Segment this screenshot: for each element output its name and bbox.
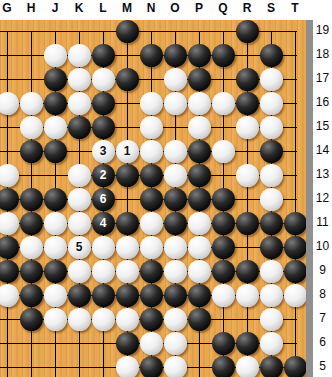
stone-black-R19[interactable]	[236, 20, 259, 43]
stone-black-J12[interactable]	[44, 188, 67, 211]
row-label-18: 18	[313, 47, 332, 61]
stone-black-H8[interactable]	[20, 284, 43, 307]
move-5-stone-white-K10[interactable]: 5	[68, 236, 91, 259]
stone-white-K16[interactable]	[68, 92, 91, 115]
stone-white-K7[interactable]	[68, 308, 91, 331]
stone-black-M11[interactable]	[116, 212, 139, 235]
stone-white-T8[interactable]	[284, 284, 307, 307]
stone-black-R16[interactable]	[236, 92, 259, 115]
stone-white-N16[interactable]	[140, 92, 163, 115]
stone-black-M13[interactable]	[116, 164, 139, 187]
stone-white-M9[interactable]	[116, 260, 139, 283]
column-label-N: N	[141, 1, 161, 15]
stone-white-S9[interactable]	[260, 260, 283, 283]
stone-white-L17[interactable]	[92, 68, 115, 91]
stone-black-J16[interactable]	[44, 92, 67, 115]
stone-white-J11[interactable]	[44, 212, 67, 235]
stone-black-K15[interactable]	[68, 116, 91, 139]
column-label-G: G	[0, 1, 17, 15]
stone-white-O6[interactable]	[164, 332, 187, 355]
stone-black-Q11[interactable]	[212, 212, 235, 235]
stone-white-J8[interactable]	[44, 284, 67, 307]
go-board[interactable]: 312645	[0, 20, 306, 377]
stone-black-N5[interactable]	[140, 356, 163, 377]
stone-black-N12[interactable]	[140, 188, 163, 211]
stone-white-N6[interactable]	[140, 332, 163, 355]
stone-black-H11[interactable]	[20, 212, 43, 235]
stone-black-S18[interactable]	[260, 44, 283, 67]
stone-black-N8[interactable]	[140, 284, 163, 307]
stone-white-R15[interactable]	[236, 116, 259, 139]
row-label-16: 16	[313, 95, 332, 109]
stone-white-O5[interactable]	[164, 356, 187, 377]
stone-black-G10[interactable]	[0, 236, 19, 259]
stone-white-R5[interactable]	[236, 356, 259, 377]
row-label-19: 19	[313, 23, 332, 37]
stone-black-P14[interactable]	[188, 140, 211, 163]
stone-black-Q5[interactable]	[212, 356, 235, 377]
stone-white-O13[interactable]	[164, 164, 187, 187]
column-label-strip: GHJKLMNOPQRST	[0, 0, 332, 20]
stone-black-J17[interactable]	[44, 68, 67, 91]
stone-black-P18[interactable]	[188, 44, 211, 67]
stone-white-J10[interactable]	[44, 236, 67, 259]
column-label-K: K	[69, 1, 89, 15]
stone-black-K8[interactable]	[68, 284, 91, 307]
stone-black-P17[interactable]	[188, 68, 211, 91]
stone-black-S5[interactable]	[260, 356, 283, 377]
stone-black-P13[interactable]	[188, 164, 211, 187]
stone-white-H16[interactable]	[20, 92, 43, 115]
row-label-14: 14	[313, 143, 332, 157]
move-3-stone-white-L14[interactable]: 3	[92, 140, 115, 163]
row-label-strip: 1918171615141312111098765	[313, 0, 332, 377]
stone-black-T9[interactable]	[284, 260, 307, 283]
board-edge-divider	[306, 20, 313, 377]
stone-white-G8[interactable]	[0, 284, 19, 307]
stone-white-S16[interactable]	[260, 92, 283, 115]
row-label-11: 11	[313, 215, 332, 229]
stone-white-J7[interactable]	[44, 308, 67, 331]
stone-white-G16[interactable]	[0, 92, 19, 115]
stone-black-T10[interactable]	[284, 236, 307, 259]
stone-white-G11[interactable]	[0, 212, 19, 235]
row-label-7: 7	[313, 311, 332, 325]
stone-white-K9[interactable]	[68, 260, 91, 283]
row-label-17: 17	[313, 71, 332, 85]
column-label-L: L	[93, 1, 113, 15]
stone-black-M8[interactable]	[116, 284, 139, 307]
stone-black-R6[interactable]	[236, 332, 259, 355]
stone-white-K18[interactable]	[68, 44, 91, 67]
stone-white-M10[interactable]	[116, 236, 139, 259]
stone-black-H9[interactable]	[20, 260, 43, 283]
stone-black-N7[interactable]	[140, 308, 163, 331]
stone-white-K13[interactable]	[68, 164, 91, 187]
stone-white-S17[interactable]	[260, 68, 283, 91]
stone-black-P12[interactable]	[188, 188, 211, 211]
stone-white-S6[interactable]	[260, 332, 283, 355]
stone-white-L7[interactable]	[92, 308, 115, 331]
stone-black-J14[interactable]	[44, 140, 67, 163]
stone-white-G13[interactable]	[0, 164, 19, 187]
stone-black-O11[interactable]	[164, 212, 187, 235]
stone-black-R9[interactable]	[236, 260, 259, 283]
stone-black-T11[interactable]	[284, 212, 307, 235]
stone-white-P10[interactable]	[188, 236, 211, 259]
move-4-stone-black-L11[interactable]: 4	[92, 212, 115, 235]
row-label-12: 12	[313, 191, 332, 205]
stone-white-S12[interactable]	[260, 188, 283, 211]
go-app-screenshot: GHJKLMNOPQRST 312645 1918171615141312111…	[0, 0, 332, 377]
stone-white-S8[interactable]	[260, 284, 283, 307]
stone-black-H14[interactable]	[20, 140, 43, 163]
stone-white-P16[interactable]	[188, 92, 211, 115]
column-label-T: T	[285, 1, 305, 15]
stone-black-L16[interactable]	[92, 92, 115, 115]
stone-white-J15[interactable]	[44, 116, 67, 139]
stone-black-S10[interactable]	[260, 236, 283, 259]
stone-white-O17[interactable]	[164, 68, 187, 91]
stone-white-Q14[interactable]	[212, 140, 235, 163]
stone-white-R13[interactable]	[236, 164, 259, 187]
stone-white-J18[interactable]	[44, 44, 67, 67]
stone-black-O18[interactable]	[164, 44, 187, 67]
stone-black-Q18[interactable]	[212, 44, 235, 67]
stone-white-L10[interactable]	[92, 236, 115, 259]
move-2-stone-black-L13[interactable]: 2	[92, 164, 115, 187]
row-label-13: 13	[313, 167, 332, 181]
stone-white-K12[interactable]	[68, 188, 91, 211]
stone-white-O10[interactable]	[164, 236, 187, 259]
stone-white-H10[interactable]	[20, 236, 43, 259]
stone-white-O9[interactable]	[164, 260, 187, 283]
stone-black-N18[interactable]	[140, 44, 163, 67]
stone-black-Q12[interactable]	[212, 188, 235, 211]
stone-black-H12[interactable]	[20, 188, 43, 211]
stone-white-S13[interactable]	[260, 164, 283, 187]
stone-black-Q10[interactable]	[212, 236, 235, 259]
column-label-P: P	[189, 1, 209, 15]
stone-black-H7[interactable]	[20, 308, 43, 331]
stone-white-M7[interactable]	[116, 308, 139, 331]
stone-black-O12[interactable]	[164, 188, 187, 211]
stone-black-Q6[interactable]	[212, 332, 235, 355]
stone-black-G9[interactable]	[0, 260, 19, 283]
stone-white-Q8[interactable]	[212, 284, 235, 307]
column-label-J: J	[45, 1, 65, 15]
stone-white-K11[interactable]	[68, 212, 91, 235]
stone-white-S7[interactable]	[260, 308, 283, 331]
stone-black-J9[interactable]	[44, 260, 67, 283]
row-label-8: 8	[313, 287, 332, 301]
row-label-15: 15	[313, 119, 332, 133]
stone-black-M17[interactable]	[116, 68, 139, 91]
column-label-Q: Q	[213, 1, 233, 15]
row-label-9: 9	[313, 263, 332, 277]
stone-black-N9[interactable]	[140, 260, 163, 283]
stone-black-N13[interactable]	[140, 164, 163, 187]
stone-black-T5[interactable]	[284, 356, 307, 377]
stone-black-L8[interactable]	[92, 284, 115, 307]
column-label-M: M	[117, 1, 137, 15]
stone-white-P11[interactable]	[188, 212, 211, 235]
stone-white-O14[interactable]	[164, 140, 187, 163]
stone-black-G12[interactable]	[0, 188, 19, 211]
stone-white-K17[interactable]	[68, 68, 91, 91]
column-label-H: H	[21, 1, 41, 15]
stone-black-S14[interactable]	[260, 140, 283, 163]
stone-white-P9[interactable]	[188, 260, 211, 283]
column-label-S: S	[261, 1, 281, 15]
stone-black-R17[interactable]	[236, 68, 259, 91]
stone-white-H15[interactable]	[20, 116, 43, 139]
row-label-5: 5	[313, 359, 332, 373]
stone-black-O8[interactable]	[164, 284, 187, 307]
stone-white-N14[interactable]	[140, 140, 163, 163]
column-label-R: R	[237, 1, 257, 15]
stone-white-P15[interactable]	[188, 116, 211, 139]
stone-black-P7[interactable]	[188, 308, 211, 331]
stone-white-N10[interactable]	[140, 236, 163, 259]
stone-black-Q9[interactable]	[212, 260, 235, 283]
stone-black-L18[interactable]	[92, 44, 115, 67]
stone-black-R11[interactable]	[236, 212, 259, 235]
row-label-10: 10	[313, 239, 332, 253]
stone-black-M6[interactable]	[116, 332, 139, 355]
stone-white-Q16[interactable]	[212, 92, 235, 115]
stone-white-O7[interactable]	[164, 308, 187, 331]
stone-black-M19[interactable]	[116, 20, 139, 43]
row-label-6: 6	[313, 335, 332, 349]
stone-white-M5[interactable]	[116, 356, 139, 377]
stone-white-L9[interactable]	[92, 260, 115, 283]
stone-white-R8[interactable]	[236, 284, 259, 307]
column-label-O: O	[165, 1, 185, 15]
move-6-stone-black-L12[interactable]: 6	[92, 188, 115, 211]
move-1-stone-white-M14[interactable]: 1	[116, 140, 139, 163]
stone-white-O16[interactable]	[164, 92, 187, 115]
stone-black-P8[interactable]	[188, 284, 211, 307]
stone-white-N11[interactable]	[140, 212, 163, 235]
stone-black-S11[interactable]	[260, 212, 283, 235]
stone-black-L15[interactable]	[92, 116, 115, 139]
stone-white-N15[interactable]	[140, 116, 163, 139]
stone-white-S15[interactable]	[260, 116, 283, 139]
